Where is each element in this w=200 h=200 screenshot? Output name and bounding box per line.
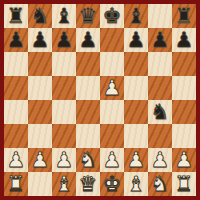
square-d1[interactable]: ♛ bbox=[76, 172, 100, 196]
white-pawn-piece[interactable]: ♟ bbox=[103, 148, 122, 172]
black-pawn-piece[interactable]: ♟ bbox=[151, 28, 170, 52]
chess-diagram: ♜♞♝♛♚♝♜♟♟♟♟♟♟♟♟♞♟♟♟♞♟♟♟♟♜♝♛♚♝♞♜ bbox=[0, 0, 200, 200]
square-a8[interactable]: ♜ bbox=[4, 4, 28, 28]
square-d5[interactable] bbox=[76, 76, 100, 100]
square-b4[interactable] bbox=[28, 100, 52, 124]
square-b6[interactable] bbox=[28, 52, 52, 76]
square-b5[interactable] bbox=[28, 76, 52, 100]
black-pawn-piece[interactable]: ♟ bbox=[127, 28, 146, 52]
square-h4[interactable] bbox=[172, 100, 196, 124]
square-f7[interactable]: ♟ bbox=[124, 28, 148, 52]
square-b2[interactable]: ♟ bbox=[28, 148, 52, 172]
square-g3[interactable] bbox=[148, 124, 172, 148]
white-bishop-piece[interactable]: ♝ bbox=[55, 172, 74, 196]
square-c5[interactable] bbox=[52, 76, 76, 100]
white-queen-piece[interactable]: ♛ bbox=[79, 172, 98, 196]
square-h3[interactable] bbox=[172, 124, 196, 148]
black-rook-piece[interactable]: ♜ bbox=[7, 4, 26, 28]
square-f5[interactable] bbox=[124, 76, 148, 100]
square-h6[interactable] bbox=[172, 52, 196, 76]
square-f3[interactable] bbox=[124, 124, 148, 148]
white-rook-piece[interactable]: ♜ bbox=[7, 172, 26, 196]
square-h1[interactable]: ♜ bbox=[172, 172, 196, 196]
square-e4[interactable] bbox=[100, 100, 124, 124]
black-pawn-piece[interactable]: ♟ bbox=[7, 28, 26, 52]
square-d7[interactable]: ♟ bbox=[76, 28, 100, 52]
white-king-piece[interactable]: ♚ bbox=[103, 172, 122, 196]
white-pawn-piece[interactable]: ♟ bbox=[31, 148, 50, 172]
square-b3[interactable] bbox=[28, 124, 52, 148]
square-d8[interactable]: ♛ bbox=[76, 4, 100, 28]
square-c8[interactable]: ♝ bbox=[52, 4, 76, 28]
square-c4[interactable] bbox=[52, 100, 76, 124]
square-d4[interactable] bbox=[76, 100, 100, 124]
square-e5[interactable]: ♟ bbox=[100, 76, 124, 100]
black-knight-piece[interactable]: ♞ bbox=[31, 4, 50, 28]
black-knight-piece[interactable]: ♞ bbox=[151, 100, 170, 124]
square-a3[interactable] bbox=[4, 124, 28, 148]
black-pawn-piece[interactable]: ♟ bbox=[79, 28, 98, 52]
square-d2[interactable]: ♞ bbox=[76, 148, 100, 172]
square-b7[interactable]: ♟ bbox=[28, 28, 52, 52]
square-g4[interactable]: ♞ bbox=[148, 100, 172, 124]
square-a4[interactable] bbox=[4, 100, 28, 124]
white-pawn-piece[interactable]: ♟ bbox=[103, 76, 122, 100]
square-b1[interactable] bbox=[28, 172, 52, 196]
square-c7[interactable]: ♟ bbox=[52, 28, 76, 52]
square-b8[interactable]: ♞ bbox=[28, 4, 52, 28]
white-knight-piece[interactable]: ♞ bbox=[79, 148, 98, 172]
square-f6[interactable] bbox=[124, 52, 148, 76]
square-f1[interactable]: ♝ bbox=[124, 172, 148, 196]
black-pawn-piece[interactable]: ♟ bbox=[31, 28, 50, 52]
black-pawn-piece[interactable]: ♟ bbox=[55, 28, 74, 52]
square-h8[interactable]: ♜ bbox=[172, 4, 196, 28]
black-rook-piece[interactable]: ♜ bbox=[175, 4, 194, 28]
white-pawn-piece[interactable]: ♟ bbox=[151, 148, 170, 172]
white-pawn-piece[interactable]: ♟ bbox=[127, 148, 146, 172]
square-g8[interactable] bbox=[148, 4, 172, 28]
white-rook-piece[interactable]: ♜ bbox=[175, 172, 194, 196]
square-e7[interactable] bbox=[100, 28, 124, 52]
white-bishop-piece[interactable]: ♝ bbox=[127, 172, 146, 196]
square-f2[interactable]: ♟ bbox=[124, 148, 148, 172]
square-a1[interactable]: ♜ bbox=[4, 172, 28, 196]
square-f8[interactable]: ♝ bbox=[124, 4, 148, 28]
square-a2[interactable]: ♟ bbox=[4, 148, 28, 172]
white-pawn-piece[interactable]: ♟ bbox=[175, 148, 194, 172]
square-e6[interactable] bbox=[100, 52, 124, 76]
black-queen-piece[interactable]: ♛ bbox=[79, 4, 98, 28]
square-c6[interactable] bbox=[52, 52, 76, 76]
black-pawn-piece[interactable]: ♟ bbox=[175, 28, 194, 52]
square-e3[interactable] bbox=[100, 124, 124, 148]
white-knight-piece[interactable]: ♞ bbox=[151, 172, 170, 196]
black-king-piece[interactable]: ♚ bbox=[103, 4, 122, 28]
square-h2[interactable]: ♟ bbox=[172, 148, 196, 172]
square-e1[interactable]: ♚ bbox=[100, 172, 124, 196]
square-g7[interactable]: ♟ bbox=[148, 28, 172, 52]
square-c3[interactable] bbox=[52, 124, 76, 148]
square-e2[interactable]: ♟ bbox=[100, 148, 124, 172]
square-h7[interactable]: ♟ bbox=[172, 28, 196, 52]
black-bishop-piece[interactable]: ♝ bbox=[127, 4, 146, 28]
square-a6[interactable] bbox=[4, 52, 28, 76]
black-bishop-piece[interactable]: ♝ bbox=[55, 4, 74, 28]
square-a7[interactable]: ♟ bbox=[4, 28, 28, 52]
square-g6[interactable] bbox=[148, 52, 172, 76]
square-e8[interactable]: ♚ bbox=[100, 4, 124, 28]
square-c2[interactable]: ♟ bbox=[52, 148, 76, 172]
square-f4[interactable] bbox=[124, 100, 148, 124]
square-h5[interactable] bbox=[172, 76, 196, 100]
square-d6[interactable] bbox=[76, 52, 100, 76]
white-pawn-piece[interactable]: ♟ bbox=[7, 148, 26, 172]
square-g5[interactable] bbox=[148, 76, 172, 100]
chess-board: ♜♞♝♛♚♝♜♟♟♟♟♟♟♟♟♞♟♟♟♞♟♟♟♟♜♝♛♚♝♞♜ bbox=[0, 0, 200, 200]
square-c1[interactable]: ♝ bbox=[52, 172, 76, 196]
white-pawn-piece[interactable]: ♟ bbox=[55, 148, 74, 172]
square-d3[interactable] bbox=[76, 124, 100, 148]
square-a5[interactable] bbox=[4, 76, 28, 100]
square-g2[interactable]: ♟ bbox=[148, 148, 172, 172]
square-g1[interactable]: ♞ bbox=[148, 172, 172, 196]
